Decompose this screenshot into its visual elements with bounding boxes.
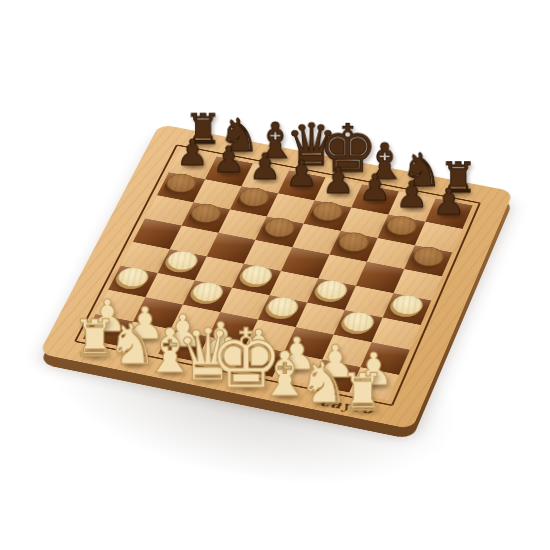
checker-disc-light <box>388 292 425 317</box>
checker-disc-light <box>188 279 226 303</box>
product-photo: cayro ♜♞♝♛♚♝♞♜♟♟♟♟♟♟♟♟♟♟♟♟♟♟♟♟♜♞♝♛♚♝♞♜ <box>0 0 550 550</box>
checker-disc-light <box>339 309 377 334</box>
light-rook-glyph: ♜ <box>339 367 385 419</box>
checker-disc-light <box>313 277 351 301</box>
